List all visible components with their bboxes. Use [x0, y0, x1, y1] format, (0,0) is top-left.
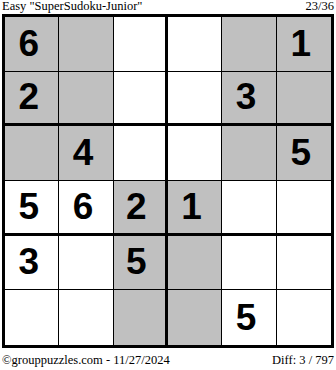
cell-r4c2-given-6: 6 [59, 181, 113, 236]
cell-r3c4-empty[interactable] [168, 126, 222, 181]
cell-r2c3-empty[interactable] [114, 72, 168, 127]
cell-r1c1-given-6: 6 [5, 17, 59, 72]
copyright-credit: ©grouppuzzles.com - 11/27/2024 [2, 353, 170, 367]
cell-r3c1-empty[interactable] [5, 126, 59, 181]
cell-r5c2-empty[interactable] [59, 236, 113, 291]
cell-r5c3-given-5: 5 [114, 236, 168, 291]
cell-r2c1-given-2: 2 [5, 72, 59, 127]
cell-r5c5-empty[interactable] [222, 236, 276, 291]
cell-r3c5-empty[interactable] [222, 126, 276, 181]
cell-r4c1-given-5: 5 [5, 181, 59, 236]
cell-r2c2-empty[interactable] [59, 72, 113, 127]
cell-r6c1-empty[interactable] [5, 290, 59, 345]
cell-r1c5-empty[interactable] [222, 17, 276, 72]
cell-r3c2-given-4: 4 [59, 126, 113, 181]
cell-r3c3-empty[interactable] [114, 126, 168, 181]
sudoku-board: 6123455621355 [2, 14, 334, 348]
cell-r2c6-empty[interactable] [277, 72, 331, 127]
cell-r5c6-empty[interactable] [277, 236, 331, 291]
cell-r3c6-given-5: 5 [277, 126, 331, 181]
cell-r6c5-given-5: 5 [222, 290, 276, 345]
cell-r6c3-empty[interactable] [114, 290, 168, 345]
cell-r4c3-given-2: 2 [114, 181, 168, 236]
cell-r2c4-empty[interactable] [168, 72, 222, 127]
puzzle-footer: ©grouppuzzles.com - 11/27/2024 Diff: 3 /… [2, 353, 334, 367]
cell-r4c6-empty[interactable] [277, 181, 331, 236]
cell-r4c5-empty[interactable] [222, 181, 276, 236]
cell-r5c1-given-3: 3 [5, 236, 59, 291]
cell-r2c5-given-3: 3 [222, 72, 276, 127]
puzzle-progress: 23/36 [306, 0, 334, 13]
cell-r1c2-empty[interactable] [59, 17, 113, 72]
cell-r5c4-empty[interactable] [168, 236, 222, 291]
puzzle-header: Easy "SuperSudoku-Junior" 23/36 [2, 0, 334, 13]
cell-r1c6-given-1: 1 [277, 17, 331, 72]
difficulty-label: Diff: 3 / 797 [272, 353, 334, 367]
cell-r6c4-empty[interactable] [168, 290, 222, 345]
cell-r4c4-given-1: 1 [168, 181, 222, 236]
puzzle-title: Easy "SuperSudoku-Junior" [2, 0, 142, 13]
cell-r6c6-empty[interactable] [277, 290, 331, 345]
cell-r6c2-empty[interactable] [59, 290, 113, 345]
cell-r1c4-empty[interactable] [168, 17, 222, 72]
cell-r1c3-empty[interactable] [114, 17, 168, 72]
